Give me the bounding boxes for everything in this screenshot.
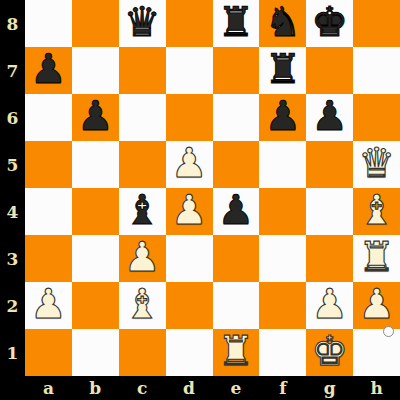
rank-label-3: 3 xyxy=(0,235,25,282)
piece-white-bishop[interactable]: ♝ xyxy=(124,281,161,328)
piece-white-rook[interactable]: ♜ xyxy=(218,328,255,375)
square-d2[interactable] xyxy=(166,282,213,329)
square-e4[interactable]: ♟ xyxy=(213,188,260,235)
file-label-f: f xyxy=(259,376,306,400)
square-a5[interactable] xyxy=(25,141,72,188)
square-f2[interactable] xyxy=(259,282,306,329)
file-label-e: e xyxy=(213,376,260,400)
square-e2[interactable] xyxy=(213,282,260,329)
piece-black-king[interactable]: ♚ xyxy=(311,0,348,46)
square-b3[interactable] xyxy=(72,235,119,282)
square-h8[interactable] xyxy=(353,0,400,47)
square-h7[interactable] xyxy=(353,47,400,94)
square-b2[interactable] xyxy=(72,282,119,329)
square-e8[interactable]: ♜ xyxy=(213,0,260,47)
square-f8[interactable]: ♞ xyxy=(259,0,306,47)
square-e5[interactable] xyxy=(213,141,260,188)
square-g8[interactable]: ♚ xyxy=(306,0,353,47)
square-c8[interactable]: ♛ xyxy=(119,0,166,47)
square-b6[interactable]: ♟ xyxy=(72,94,119,141)
file-label-c: c xyxy=(119,376,166,400)
side-to-move-indicator xyxy=(383,326,394,337)
square-f1[interactable] xyxy=(259,329,306,376)
square-g6[interactable]: ♟ xyxy=(306,94,353,141)
square-f7[interactable]: ♜ xyxy=(259,47,306,94)
square-c1[interactable] xyxy=(119,329,166,376)
file-label-a: a xyxy=(25,376,72,400)
chess-position-screenshot: 8♛♜♞♚7♟♜6♟♟♟5♟♛4♝♟♟♝3♟♜2♟♝♟♟1♜♚abcdefgh xyxy=(0,0,400,400)
piece-white-pawn[interactable]: ♟ xyxy=(311,281,348,328)
square-c6[interactable] xyxy=(119,94,166,141)
square-f5[interactable] xyxy=(259,141,306,188)
piece-white-pawn[interactable]: ♟ xyxy=(171,187,208,234)
square-b8[interactable] xyxy=(72,0,119,47)
rank-label-1: 1 xyxy=(0,329,25,376)
piece-black-pawn[interactable]: ♟ xyxy=(30,46,67,93)
square-f4[interactable] xyxy=(259,188,306,235)
rank-label-5: 5 xyxy=(0,141,25,188)
piece-black-rook[interactable]: ♜ xyxy=(218,0,255,46)
square-g5[interactable] xyxy=(306,141,353,188)
piece-black-bishop[interactable]: ♝ xyxy=(124,187,161,234)
file-label-d: d xyxy=(166,376,213,400)
square-c7[interactable] xyxy=(119,47,166,94)
square-b1[interactable] xyxy=(72,329,119,376)
square-e3[interactable] xyxy=(213,235,260,282)
square-a2[interactable]: ♟ xyxy=(25,282,72,329)
square-a6[interactable] xyxy=(25,94,72,141)
piece-black-pawn[interactable]: ♟ xyxy=(311,93,348,140)
rank-label-4: 4 xyxy=(0,188,25,235)
rank-label-6: 6 xyxy=(0,94,25,141)
square-c2[interactable]: ♝ xyxy=(119,282,166,329)
piece-black-pawn[interactable]: ♟ xyxy=(77,93,114,140)
piece-white-pawn[interactable]: ♟ xyxy=(171,140,208,187)
piece-white-king[interactable]: ♚ xyxy=(311,328,348,375)
square-d1[interactable] xyxy=(166,329,213,376)
piece-white-queen[interactable]: ♛ xyxy=(358,140,395,187)
board-corner xyxy=(0,376,25,400)
square-h3[interactable]: ♜ xyxy=(353,235,400,282)
piece-black-knight[interactable]: ♞ xyxy=(264,0,301,46)
chess-board: 8♛♜♞♚7♟♜6♟♟♟5♟♛4♝♟♟♝3♟♜2♟♝♟♟1♜♚abcdefgh xyxy=(0,0,400,400)
rank-label-7: 7 xyxy=(0,47,25,94)
square-g2[interactable]: ♟ xyxy=(306,282,353,329)
square-b5[interactable] xyxy=(72,141,119,188)
rank-label-8: 8 xyxy=(0,0,25,47)
square-h5[interactable]: ♛ xyxy=(353,141,400,188)
square-d3[interactable] xyxy=(166,235,213,282)
piece-white-bishop[interactable]: ♝ xyxy=(358,187,395,234)
square-c5[interactable] xyxy=(119,141,166,188)
square-d5[interactable]: ♟ xyxy=(166,141,213,188)
piece-white-pawn[interactable]: ♟ xyxy=(30,281,67,328)
square-g1[interactable]: ♚ xyxy=(306,329,353,376)
square-a4[interactable] xyxy=(25,188,72,235)
square-e6[interactable] xyxy=(213,94,260,141)
piece-black-pawn[interactable]: ♟ xyxy=(218,187,255,234)
square-a8[interactable] xyxy=(25,0,72,47)
square-h6[interactable] xyxy=(353,94,400,141)
file-label-h: h xyxy=(353,376,400,400)
square-h2[interactable]: ♟ xyxy=(353,282,400,329)
square-a1[interactable] xyxy=(25,329,72,376)
square-h1[interactable] xyxy=(353,329,400,376)
file-label-b: b xyxy=(72,376,119,400)
square-c3[interactable]: ♟ xyxy=(119,235,166,282)
piece-white-pawn[interactable]: ♟ xyxy=(358,281,395,328)
square-d4[interactable]: ♟ xyxy=(166,188,213,235)
square-g7[interactable] xyxy=(306,47,353,94)
piece-white-pawn[interactable]: ♟ xyxy=(124,234,161,281)
square-e7[interactable] xyxy=(213,47,260,94)
square-d7[interactable] xyxy=(166,47,213,94)
piece-white-rook[interactable]: ♜ xyxy=(358,234,395,281)
piece-black-pawn[interactable]: ♟ xyxy=(264,93,301,140)
piece-black-rook[interactable]: ♜ xyxy=(264,46,301,93)
square-c4[interactable]: ♝ xyxy=(119,188,166,235)
square-g3[interactable] xyxy=(306,235,353,282)
square-e1[interactable]: ♜ xyxy=(213,329,260,376)
square-f6[interactable]: ♟ xyxy=(259,94,306,141)
square-b7[interactable] xyxy=(72,47,119,94)
square-f3[interactable] xyxy=(259,235,306,282)
square-h4[interactable]: ♝ xyxy=(353,188,400,235)
square-d6[interactable] xyxy=(166,94,213,141)
square-a7[interactable]: ♟ xyxy=(25,47,72,94)
rank-label-2: 2 xyxy=(0,282,25,329)
square-a3[interactable] xyxy=(25,235,72,282)
square-d8[interactable] xyxy=(166,0,213,47)
square-g4[interactable] xyxy=(306,188,353,235)
square-b4[interactable] xyxy=(72,188,119,235)
piece-black-queen[interactable]: ♛ xyxy=(124,0,161,46)
file-label-g: g xyxy=(306,376,353,400)
